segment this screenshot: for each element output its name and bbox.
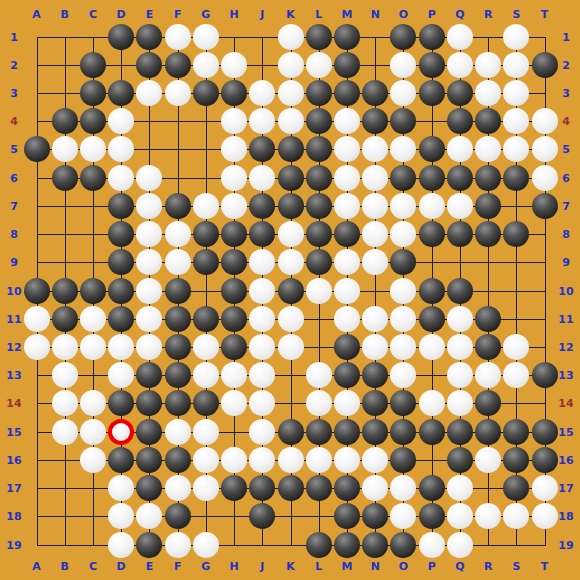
- white-stone[interactable]: [306, 447, 332, 473]
- white-stone[interactable]: [447, 193, 473, 219]
- white-stone[interactable]: [475, 503, 501, 529]
- white-stone[interactable]: [419, 334, 445, 360]
- white-stone[interactable]: [24, 334, 50, 360]
- white-stone[interactable]: [278, 249, 304, 275]
- white-stone[interactable]: [136, 334, 162, 360]
- black-stone[interactable]: [419, 136, 445, 162]
- white-stone[interactable]: [80, 136, 106, 162]
- black-stone[interactable]: [419, 24, 445, 50]
- white-stone[interactable]: [165, 419, 191, 445]
- white-stone[interactable]: [136, 503, 162, 529]
- black-stone[interactable]: [278, 475, 304, 501]
- black-stone[interactable]: [447, 80, 473, 106]
- white-stone[interactable]: [221, 362, 247, 388]
- black-stone[interactable]: [362, 108, 388, 134]
- black-stone[interactable]: [80, 165, 106, 191]
- white-stone[interactable]: [108, 475, 134, 501]
- black-stone[interactable]: [447, 221, 473, 247]
- white-stone[interactable]: [108, 532, 134, 558]
- white-stone[interactable]: [503, 52, 529, 78]
- white-stone[interactable]: [249, 108, 275, 134]
- black-stone[interactable]: [334, 24, 360, 50]
- black-stone[interactable]: [136, 52, 162, 78]
- white-stone[interactable]: [52, 136, 78, 162]
- black-stone[interactable]: [362, 80, 388, 106]
- black-stone[interactable]: [108, 193, 134, 219]
- black-stone[interactable]: [334, 80, 360, 106]
- white-stone[interactable]: [390, 475, 416, 501]
- black-stone[interactable]: [390, 419, 416, 445]
- white-stone[interactable]: [390, 278, 416, 304]
- white-stone[interactable]: [306, 362, 332, 388]
- black-stone[interactable]: [306, 193, 332, 219]
- black-stone[interactable]: [249, 193, 275, 219]
- black-stone[interactable]: [221, 80, 247, 106]
- black-stone[interactable]: [80, 108, 106, 134]
- white-stone[interactable]: [419, 193, 445, 219]
- white-stone[interactable]: [80, 334, 106, 360]
- column-label-top: J: [260, 8, 264, 21]
- black-stone[interactable]: [165, 334, 191, 360]
- black-stone[interactable]: [249, 136, 275, 162]
- white-stone[interactable]: [221, 193, 247, 219]
- black-stone[interactable]: [503, 165, 529, 191]
- white-stone[interactable]: [136, 193, 162, 219]
- black-stone[interactable]: [362, 362, 388, 388]
- white-stone[interactable]: [249, 419, 275, 445]
- white-stone[interactable]: [447, 136, 473, 162]
- white-stone[interactable]: [278, 52, 304, 78]
- black-stone[interactable]: [52, 306, 78, 332]
- column-label-top: P: [428, 8, 436, 21]
- column-label-top: R: [484, 8, 492, 21]
- black-stone[interactable]: [165, 447, 191, 473]
- black-stone[interactable]: [136, 475, 162, 501]
- black-stone[interactable]: [362, 532, 388, 558]
- white-stone[interactable]: [362, 193, 388, 219]
- black-stone[interactable]: [165, 193, 191, 219]
- black-stone[interactable]: [165, 306, 191, 332]
- column-label-top: F: [174, 8, 182, 21]
- white-stone[interactable]: [447, 503, 473, 529]
- column-label-bottom: J: [260, 560, 264, 573]
- white-stone[interactable]: [278, 24, 304, 50]
- white-stone[interactable]: [221, 390, 247, 416]
- white-stone[interactable]: [24, 306, 50, 332]
- white-stone[interactable]: [532, 475, 558, 501]
- black-stone[interactable]: [334, 419, 360, 445]
- black-stone[interactable]: [475, 165, 501, 191]
- column-label-bottom: D: [117, 560, 126, 573]
- white-stone[interactable]: [136, 306, 162, 332]
- white-stone[interactable]: [249, 249, 275, 275]
- black-stone[interactable]: [136, 390, 162, 416]
- white-stone[interactable]: [419, 532, 445, 558]
- black-stone[interactable]: [306, 249, 332, 275]
- black-stone[interactable]: [278, 419, 304, 445]
- white-stone[interactable]: [165, 475, 191, 501]
- white-stone[interactable]: [447, 475, 473, 501]
- row-label-left: 1: [10, 30, 18, 43]
- black-stone[interactable]: [390, 447, 416, 473]
- white-stone[interactable]: [193, 419, 219, 445]
- white-stone[interactable]: [447, 362, 473, 388]
- black-stone[interactable]: [390, 532, 416, 558]
- black-stone[interactable]: [390, 108, 416, 134]
- white-stone[interactable]: [362, 447, 388, 473]
- black-stone[interactable]: [249, 475, 275, 501]
- white-stone[interactable]: [249, 278, 275, 304]
- black-stone[interactable]: [475, 221, 501, 247]
- white-stone[interactable]: [52, 362, 78, 388]
- white-stone[interactable]: [80, 447, 106, 473]
- column-label-bottom: K: [286, 560, 295, 573]
- black-stone[interactable]: [52, 165, 78, 191]
- black-stone[interactable]: [306, 80, 332, 106]
- white-stone[interactable]: [390, 136, 416, 162]
- white-stone[interactable]: [334, 165, 360, 191]
- white-stone[interactable]: [278, 80, 304, 106]
- white-stone[interactable]: [165, 221, 191, 247]
- black-stone[interactable]: [447, 165, 473, 191]
- black-stone[interactable]: [475, 108, 501, 134]
- white-stone[interactable]: [108, 165, 134, 191]
- white-stone[interactable]: [503, 503, 529, 529]
- black-stone[interactable]: [108, 249, 134, 275]
- black-stone[interactable]: [52, 108, 78, 134]
- white-stone[interactable]: [503, 24, 529, 50]
- column-label-top: N: [371, 8, 380, 21]
- white-stone[interactable]: [334, 136, 360, 162]
- white-stone[interactable]: [278, 334, 304, 360]
- black-stone[interactable]: [532, 447, 558, 473]
- white-stone[interactable]: [221, 52, 247, 78]
- black-stone[interactable]: [334, 362, 360, 388]
- black-stone[interactable]: [108, 306, 134, 332]
- black-stone[interactable]: [334, 52, 360, 78]
- white-stone[interactable]: [278, 108, 304, 134]
- white-stone[interactable]: [193, 362, 219, 388]
- black-stone[interactable]: [334, 503, 360, 529]
- black-stone[interactable]: [108, 390, 134, 416]
- black-stone[interactable]: [80, 278, 106, 304]
- black-stone[interactable]: [136, 447, 162, 473]
- white-stone[interactable]: [278, 221, 304, 247]
- white-stone[interactable]: [136, 278, 162, 304]
- white-stone[interactable]: [532, 136, 558, 162]
- black-stone[interactable]: [419, 503, 445, 529]
- white-stone[interactable]: [447, 334, 473, 360]
- black-stone[interactable]: [221, 334, 247, 360]
- white-stone[interactable]: [447, 532, 473, 558]
- white-stone[interactable]: [390, 80, 416, 106]
- white-stone[interactable]: [193, 447, 219, 473]
- black-stone[interactable]: [24, 278, 50, 304]
- white-stone[interactable]: [362, 334, 388, 360]
- white-stone[interactable]: [503, 136, 529, 162]
- black-stone[interactable]: [249, 503, 275, 529]
- black-stone[interactable]: [503, 475, 529, 501]
- white-stone[interactable]: [362, 165, 388, 191]
- black-stone[interactable]: [390, 24, 416, 50]
- black-stone[interactable]: [362, 390, 388, 416]
- black-stone[interactable]: [108, 80, 134, 106]
- white-stone[interactable]: [165, 249, 191, 275]
- black-stone[interactable]: [221, 278, 247, 304]
- black-stone[interactable]: [447, 419, 473, 445]
- white-stone[interactable]: [334, 390, 360, 416]
- black-stone[interactable]: [503, 447, 529, 473]
- white-stone[interactable]: [306, 390, 332, 416]
- black-stone[interactable]: [165, 278, 191, 304]
- white-stone[interactable]: [447, 306, 473, 332]
- white-stone[interactable]: [503, 334, 529, 360]
- black-stone[interactable]: [80, 52, 106, 78]
- black-stone[interactable]: [419, 80, 445, 106]
- black-stone[interactable]: [193, 390, 219, 416]
- white-stone[interactable]: [193, 475, 219, 501]
- white-stone[interactable]: [249, 447, 275, 473]
- white-stone[interactable]: [334, 249, 360, 275]
- white-stone[interactable]: [193, 52, 219, 78]
- white-stone[interactable]: [52, 390, 78, 416]
- white-stone[interactable]: [249, 165, 275, 191]
- column-label-top: C: [89, 8, 97, 21]
- white-stone[interactable]: [503, 362, 529, 388]
- white-stone[interactable]: [249, 80, 275, 106]
- black-stone[interactable]: [306, 532, 332, 558]
- column-label-top: M: [342, 8, 353, 21]
- black-stone[interactable]: [165, 503, 191, 529]
- white-stone[interactable]: [362, 136, 388, 162]
- white-stone[interactable]: [334, 108, 360, 134]
- white-stone[interactable]: [475, 362, 501, 388]
- white-stone[interactable]: [193, 193, 219, 219]
- white-stone[interactable]: [278, 306, 304, 332]
- white-stone[interactable]: [475, 136, 501, 162]
- white-stone[interactable]: [80, 306, 106, 332]
- white-stone[interactable]: [390, 221, 416, 247]
- white-stone[interactable]: [193, 532, 219, 558]
- black-stone[interactable]: [136, 532, 162, 558]
- row-label-right: 4: [562, 115, 570, 128]
- black-stone[interactable]: [80, 80, 106, 106]
- black-stone[interactable]: [419, 475, 445, 501]
- black-stone[interactable]: [532, 193, 558, 219]
- white-stone[interactable]: [108, 334, 134, 360]
- white-stone[interactable]: [475, 447, 501, 473]
- black-stone[interactable]: [419, 278, 445, 304]
- black-stone[interactable]: [278, 193, 304, 219]
- black-stone[interactable]: [503, 419, 529, 445]
- white-stone[interactable]: [334, 306, 360, 332]
- column-label-top: S: [512, 8, 520, 21]
- black-stone[interactable]: [419, 165, 445, 191]
- white-stone[interactable]: [447, 24, 473, 50]
- white-stone[interactable]: [108, 136, 134, 162]
- black-stone[interactable]: [306, 165, 332, 191]
- white-stone[interactable]: [306, 52, 332, 78]
- black-stone[interactable]: [419, 306, 445, 332]
- black-stone[interactable]: [136, 362, 162, 388]
- black-stone[interactable]: [221, 249, 247, 275]
- white-stone[interactable]: [80, 390, 106, 416]
- white-stone[interactable]: [108, 108, 134, 134]
- white-stone[interactable]: [362, 221, 388, 247]
- white-stone[interactable]: [532, 165, 558, 191]
- white-stone[interactable]: [221, 447, 247, 473]
- black-stone[interactable]: [390, 390, 416, 416]
- white-stone[interactable]: [249, 306, 275, 332]
- white-stone[interactable]: [362, 475, 388, 501]
- black-stone[interactable]: [165, 52, 191, 78]
- black-stone[interactable]: [334, 334, 360, 360]
- black-stone[interactable]: [362, 503, 388, 529]
- white-stone[interactable]: [221, 108, 247, 134]
- white-stone[interactable]: [221, 165, 247, 191]
- white-stone[interactable]: [136, 165, 162, 191]
- white-stone[interactable]: [362, 306, 388, 332]
- white-stone[interactable]: [390, 306, 416, 332]
- black-stone[interactable]: [390, 165, 416, 191]
- black-stone[interactable]: [475, 334, 501, 360]
- black-stone[interactable]: [503, 221, 529, 247]
- black-stone[interactable]: [306, 136, 332, 162]
- black-stone[interactable]: [136, 419, 162, 445]
- white-stone[interactable]: [249, 362, 275, 388]
- white-stone[interactable]: [532, 108, 558, 134]
- black-stone[interactable]: [447, 278, 473, 304]
- white-stone[interactable]: [193, 334, 219, 360]
- white-stone[interactable]: [80, 419, 106, 445]
- white-stone[interactable]: [136, 221, 162, 247]
- row-label-left: 9: [10, 256, 18, 269]
- black-stone[interactable]: [362, 419, 388, 445]
- row-label-left: 14: [6, 397, 21, 410]
- black-stone[interactable]: [24, 136, 50, 162]
- black-stone[interactable]: [419, 221, 445, 247]
- black-stone[interactable]: [390, 249, 416, 275]
- black-stone[interactable]: [249, 221, 275, 247]
- column-label-top: H: [230, 8, 239, 21]
- white-stone[interactable]: [193, 24, 219, 50]
- white-stone[interactable]: [221, 136, 247, 162]
- row-label-left: 19: [6, 538, 21, 551]
- black-stone[interactable]: [165, 362, 191, 388]
- white-stone[interactable]: [419, 390, 445, 416]
- black-stone[interactable]: [447, 447, 473, 473]
- black-stone[interactable]: [193, 249, 219, 275]
- black-stone[interactable]: [108, 221, 134, 247]
- black-stone[interactable]: [532, 419, 558, 445]
- white-stone[interactable]: [52, 419, 78, 445]
- white-stone[interactable]: [334, 193, 360, 219]
- white-stone[interactable]: [503, 108, 529, 134]
- white-stone[interactable]: [249, 390, 275, 416]
- row-label-right: 17: [558, 482, 573, 495]
- white-stone[interactable]: [475, 80, 501, 106]
- black-stone[interactable]: [221, 475, 247, 501]
- white-stone[interactable]: [390, 334, 416, 360]
- white-stone[interactable]: [108, 362, 134, 388]
- white-stone[interactable]: [52, 334, 78, 360]
- white-stone[interactable]: [447, 390, 473, 416]
- white-stone[interactable]: [108, 503, 134, 529]
- white-stone[interactable]: [334, 278, 360, 304]
- black-stone[interactable]: [136, 24, 162, 50]
- white-stone[interactable]: [390, 52, 416, 78]
- white-stone[interactable]: [334, 447, 360, 473]
- column-label-bottom: B: [61, 560, 69, 573]
- row-label-right: 9: [562, 256, 570, 269]
- white-stone[interactable]: [278, 447, 304, 473]
- white-stone[interactable]: [136, 249, 162, 275]
- white-stone[interactable]: [362, 249, 388, 275]
- black-stone[interactable]: [193, 221, 219, 247]
- white-stone[interactable]: [165, 532, 191, 558]
- white-stone[interactable]: [390, 193, 416, 219]
- black-stone[interactable]: [475, 419, 501, 445]
- black-stone[interactable]: [278, 165, 304, 191]
- black-stone[interactable]: [334, 475, 360, 501]
- black-stone[interactable]: [108, 447, 134, 473]
- white-stone[interactable]: [249, 334, 275, 360]
- black-stone[interactable]: [419, 52, 445, 78]
- row-label-left: 10: [6, 284, 21, 297]
- black-stone[interactable]: [193, 306, 219, 332]
- black-stone[interactable]: [278, 136, 304, 162]
- black-stone[interactable]: [334, 221, 360, 247]
- row-label-right: 8: [562, 228, 570, 241]
- white-stone[interactable]: [390, 362, 416, 388]
- black-stone[interactable]: [334, 532, 360, 558]
- white-stone[interactable]: [390, 503, 416, 529]
- white-stone[interactable]: [475, 52, 501, 78]
- column-label-top: B: [61, 8, 69, 21]
- white-stone[interactable]: [532, 503, 558, 529]
- black-stone[interactable]: [419, 419, 445, 445]
- black-stone[interactable]: [475, 193, 501, 219]
- black-stone[interactable]: [165, 390, 191, 416]
- white-stone[interactable]: [447, 52, 473, 78]
- white-stone[interactable]: [503, 80, 529, 106]
- white-stone-marked-last-move[interactable]: [108, 419, 134, 445]
- white-stone[interactable]: [306, 278, 332, 304]
- black-stone[interactable]: [306, 108, 332, 134]
- white-stone[interactable]: [165, 80, 191, 106]
- black-stone[interactable]: [475, 306, 501, 332]
- black-stone[interactable]: [306, 475, 332, 501]
- black-stone[interactable]: [306, 419, 332, 445]
- black-stone[interactable]: [52, 278, 78, 304]
- white-stone[interactable]: [136, 80, 162, 106]
- black-stone[interactable]: [306, 221, 332, 247]
- black-stone[interactable]: [221, 306, 247, 332]
- black-stone[interactable]: [532, 362, 558, 388]
- black-stone[interactable]: [108, 278, 134, 304]
- black-stone[interactable]: [306, 24, 332, 50]
- row-label-right: 14: [558, 397, 573, 410]
- go-board-screenshot: AABBCCDDEEFFGGHHJJKKLLMMNNOOPPQQRRSSTT11…: [0, 0, 580, 580]
- black-stone[interactable]: [108, 24, 134, 50]
- black-stone[interactable]: [193, 80, 219, 106]
- black-stone[interactable]: [475, 390, 501, 416]
- black-stone[interactable]: [278, 278, 304, 304]
- black-stone[interactable]: [532, 52, 558, 78]
- black-stone[interactable]: [447, 108, 473, 134]
- white-stone[interactable]: [165, 24, 191, 50]
- black-stone[interactable]: [221, 221, 247, 247]
